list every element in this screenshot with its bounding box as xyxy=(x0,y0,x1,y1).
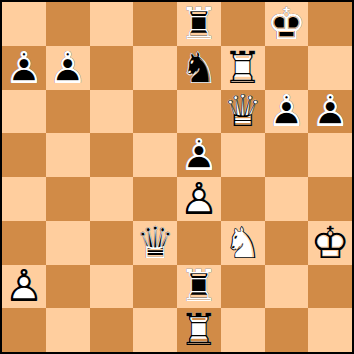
square-d7[interactable] xyxy=(133,46,177,90)
square-h7[interactable] xyxy=(308,46,352,90)
piece-black-rook[interactable]: ♜♖ xyxy=(177,265,221,309)
piece-white-queen[interactable]: ♛♕ xyxy=(221,90,265,134)
square-g2[interactable] xyxy=(265,265,309,309)
square-c3[interactable] xyxy=(90,221,134,265)
square-c5[interactable] xyxy=(90,133,134,177)
piece-black-knight[interactable]: ♞♘ xyxy=(177,46,221,90)
square-a4[interactable] xyxy=(2,177,46,221)
black-pawn-outline-glyph-icon: ♙ xyxy=(308,90,352,134)
black-pawn-fill-glyph-icon: ♟ xyxy=(46,46,90,90)
black-rook-outline-glyph-icon: ♖ xyxy=(177,265,221,309)
square-a1[interactable] xyxy=(2,308,46,352)
square-a2[interactable]: ♟♙ xyxy=(2,265,46,309)
white-king-outline-glyph-icon: ♔ xyxy=(308,221,352,265)
black-queen-outline-glyph-icon: ♕ xyxy=(133,221,177,265)
square-g6[interactable]: ♟♙ xyxy=(265,90,309,134)
square-f8[interactable] xyxy=(221,2,265,46)
chess-board: ♜♖♚♔♟♙♟♙♞♘♜♖♛♕♟♙♟♙♟♙♟♙♛♕♞♘♚♔♟♙♜♖♜♖ xyxy=(2,2,352,352)
square-g7[interactable] xyxy=(265,46,309,90)
square-b4[interactable] xyxy=(46,177,90,221)
white-pawn-outline-glyph-icon: ♙ xyxy=(177,177,221,221)
piece-black-pawn[interactable]: ♟♙ xyxy=(308,90,352,134)
square-h8[interactable] xyxy=(308,2,352,46)
square-e1[interactable]: ♜♖ xyxy=(177,308,221,352)
black-king-outline-glyph-icon: ♔ xyxy=(265,2,309,46)
square-h2[interactable] xyxy=(308,265,352,309)
square-f1[interactable] xyxy=(221,308,265,352)
square-c4[interactable] xyxy=(90,177,134,221)
black-rook-fill-glyph-icon: ♜ xyxy=(177,2,221,46)
square-b6[interactable] xyxy=(46,90,90,134)
square-g1[interactable] xyxy=(265,308,309,352)
black-pawn-fill-glyph-icon: ♟ xyxy=(177,133,221,177)
square-b1[interactable] xyxy=(46,308,90,352)
black-queen-fill-glyph-icon: ♛ xyxy=(133,221,177,265)
square-d5[interactable] xyxy=(133,133,177,177)
square-d4[interactable] xyxy=(133,177,177,221)
square-b5[interactable] xyxy=(46,133,90,177)
square-e4[interactable]: ♟♙ xyxy=(177,177,221,221)
piece-white-pawn[interactable]: ♟♙ xyxy=(2,265,46,309)
white-queen-outline-glyph-icon: ♕ xyxy=(221,90,265,134)
black-rook-fill-glyph-icon: ♜ xyxy=(177,265,221,309)
square-h4[interactable] xyxy=(308,177,352,221)
white-queen-fill-glyph-icon: ♛ xyxy=(221,90,265,134)
piece-white-knight[interactable]: ♞♘ xyxy=(221,221,265,265)
black-pawn-outline-glyph-icon: ♙ xyxy=(2,46,46,90)
square-b3[interactable] xyxy=(46,221,90,265)
piece-white-rook[interactable]: ♜♖ xyxy=(221,46,265,90)
white-pawn-fill-glyph-icon: ♟ xyxy=(2,265,46,309)
square-d6[interactable] xyxy=(133,90,177,134)
square-f7[interactable]: ♜♖ xyxy=(221,46,265,90)
square-c7[interactable] xyxy=(90,46,134,90)
black-pawn-outline-glyph-icon: ♙ xyxy=(46,46,90,90)
square-d3[interactable]: ♛♕ xyxy=(133,221,177,265)
square-b2[interactable] xyxy=(46,265,90,309)
piece-black-pawn[interactable]: ♟♙ xyxy=(177,133,221,177)
square-e5[interactable]: ♟♙ xyxy=(177,133,221,177)
square-b8[interactable] xyxy=(46,2,90,46)
piece-black-pawn[interactable]: ♟♙ xyxy=(2,46,46,90)
square-h1[interactable] xyxy=(308,308,352,352)
square-h3[interactable]: ♚♔ xyxy=(308,221,352,265)
black-pawn-outline-glyph-icon: ♙ xyxy=(265,90,309,134)
square-f4[interactable] xyxy=(221,177,265,221)
square-f3[interactable]: ♞♘ xyxy=(221,221,265,265)
white-king-fill-glyph-icon: ♚ xyxy=(308,221,352,265)
black-pawn-outline-glyph-icon: ♙ xyxy=(177,133,221,177)
square-e3[interactable] xyxy=(177,221,221,265)
white-knight-fill-glyph-icon: ♞ xyxy=(221,221,265,265)
square-e8[interactable]: ♜♖ xyxy=(177,2,221,46)
square-a5[interactable] xyxy=(2,133,46,177)
piece-black-pawn[interactable]: ♟♙ xyxy=(265,90,309,134)
square-d2[interactable] xyxy=(133,265,177,309)
black-rook-outline-glyph-icon: ♖ xyxy=(177,2,221,46)
black-pawn-fill-glyph-icon: ♟ xyxy=(265,90,309,134)
white-pawn-outline-glyph-icon: ♙ xyxy=(2,265,46,309)
square-a6[interactable] xyxy=(2,90,46,134)
square-b7[interactable]: ♟♙ xyxy=(46,46,90,90)
black-pawn-fill-glyph-icon: ♟ xyxy=(2,46,46,90)
square-g3[interactable] xyxy=(265,221,309,265)
square-a8[interactable] xyxy=(2,2,46,46)
square-c6[interactable] xyxy=(90,90,134,134)
black-king-fill-glyph-icon: ♚ xyxy=(265,2,309,46)
square-e7[interactable]: ♞♘ xyxy=(177,46,221,90)
chess-board-frame: ♜♖♚♔♟♙♟♙♞♘♜♖♛♕♟♙♟♙♟♙♟♙♛♕♞♘♚♔♟♙♜♖♜♖ xyxy=(0,0,354,354)
square-c1[interactable] xyxy=(90,308,134,352)
white-rook-outline-glyph-icon: ♖ xyxy=(221,46,265,90)
piece-white-pawn[interactable]: ♟♙ xyxy=(177,177,221,221)
piece-white-king[interactable]: ♚♔ xyxy=(308,221,352,265)
black-knight-fill-glyph-icon: ♞ xyxy=(177,46,221,90)
white-knight-outline-glyph-icon: ♘ xyxy=(221,221,265,265)
black-knight-outline-glyph-icon: ♘ xyxy=(177,46,221,90)
piece-white-rook[interactable]: ♜♖ xyxy=(177,308,221,352)
piece-black-pawn[interactable]: ♟♙ xyxy=(46,46,90,90)
black-pawn-fill-glyph-icon: ♟ xyxy=(308,90,352,134)
piece-black-queen[interactable]: ♛♕ xyxy=(133,221,177,265)
square-e6[interactable] xyxy=(177,90,221,134)
square-h5[interactable] xyxy=(308,133,352,177)
square-g8[interactable]: ♚♔ xyxy=(265,2,309,46)
square-a7[interactable]: ♟♙ xyxy=(2,46,46,90)
square-a3[interactable] xyxy=(2,221,46,265)
square-c2[interactable] xyxy=(90,265,134,309)
white-rook-outline-glyph-icon: ♖ xyxy=(177,308,221,352)
square-d8[interactable] xyxy=(133,2,177,46)
piece-black-king[interactable]: ♚♔ xyxy=(265,2,309,46)
square-h6[interactable]: ♟♙ xyxy=(308,90,352,134)
white-pawn-fill-glyph-icon: ♟ xyxy=(177,177,221,221)
square-f6[interactable]: ♛♕ xyxy=(221,90,265,134)
square-f2[interactable] xyxy=(221,265,265,309)
white-rook-fill-glyph-icon: ♜ xyxy=(177,308,221,352)
square-c8[interactable] xyxy=(90,2,134,46)
piece-black-rook[interactable]: ♜♖ xyxy=(177,2,221,46)
square-d1[interactable] xyxy=(133,308,177,352)
square-f5[interactable] xyxy=(221,133,265,177)
square-g5[interactable] xyxy=(265,133,309,177)
square-e2[interactable]: ♜♖ xyxy=(177,265,221,309)
white-rook-fill-glyph-icon: ♜ xyxy=(221,46,265,90)
square-g4[interactable] xyxy=(265,177,309,221)
